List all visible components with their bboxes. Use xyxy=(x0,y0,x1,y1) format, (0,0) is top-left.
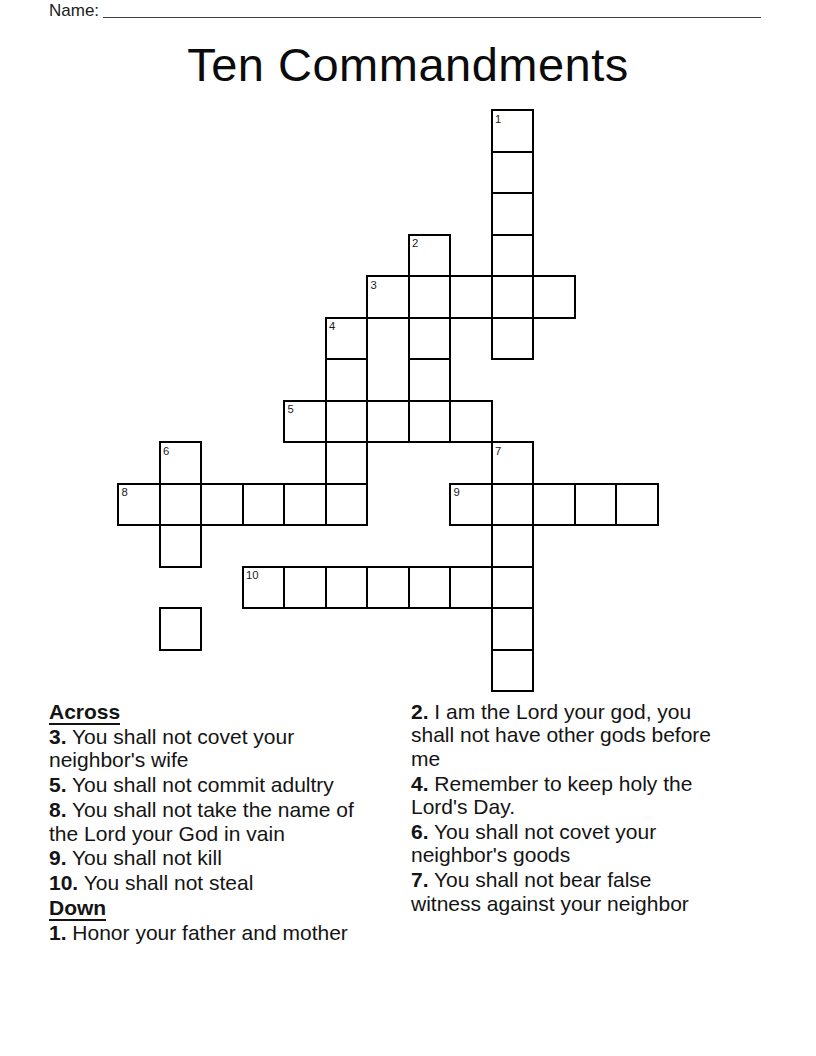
grid-cell[interactable]: 4 xyxy=(325,317,369,361)
cell-number: 4 xyxy=(329,320,335,332)
down-clue-6: 6. You shall not covet your neighbor's g… xyxy=(411,820,723,867)
cell-number: 2 xyxy=(412,237,418,249)
grid-cell[interactable]: 5 xyxy=(283,400,327,444)
cell-number: 1 xyxy=(495,113,501,125)
grid-cell[interactable] xyxy=(159,607,203,651)
clue-number: 4. xyxy=(411,772,429,795)
grid-cell[interactable] xyxy=(532,483,576,527)
grid-cell[interactable] xyxy=(283,566,327,610)
across-clue-3: 3. You shall not covet your neighbor's w… xyxy=(49,725,356,772)
grid-cell[interactable] xyxy=(159,524,203,568)
clue-text: You shall not kill xyxy=(67,846,222,869)
cell-number: 6 xyxy=(163,445,169,457)
grid-cell[interactable] xyxy=(574,483,618,527)
clue-text: Remember to keep holy the Lord's Day. xyxy=(411,772,692,818)
down-clue-2: 2. I am the Lord your god, you shall not… xyxy=(411,700,723,770)
across-heading: Across xyxy=(49,700,356,723)
clue-column-right: 2. I am the Lord your god, you shall not… xyxy=(411,700,723,917)
across-clue-10: 10. You shall not steal xyxy=(49,871,356,894)
name-label: Name: xyxy=(49,1,99,21)
grid-cell[interactable] xyxy=(325,566,369,610)
grid-cell[interactable] xyxy=(449,275,493,319)
grid-cell[interactable] xyxy=(159,483,203,527)
grid-cell[interactable] xyxy=(491,234,535,278)
down-heading-label: Down xyxy=(49,896,106,921)
clue-text: You shall not covet your neighbor's good… xyxy=(411,820,656,866)
name-input-line[interactable] xyxy=(103,0,761,18)
clue-number: 3. xyxy=(49,725,67,748)
cell-number: 7 xyxy=(495,445,501,457)
grid-cell[interactable] xyxy=(491,192,535,236)
across-heading-label: Across xyxy=(49,700,120,725)
grid-cell[interactable]: 2 xyxy=(408,234,452,278)
grid-cell[interactable] xyxy=(366,566,410,610)
grid-cell[interactable] xyxy=(408,317,452,361)
clue-number: 8. xyxy=(49,798,67,821)
down-clue-1: 1. Honor your father and mother xyxy=(49,921,356,944)
grid-cell[interactable] xyxy=(408,566,452,610)
grid-cell[interactable]: 10 xyxy=(242,566,286,610)
grid-cell[interactable]: 8 xyxy=(117,483,161,527)
across-clue-5: 5. You shall not commit adultry xyxy=(49,773,356,796)
down-clue-7: 7. You shall not bear false witness agai… xyxy=(411,868,723,915)
page-title: Ten Commandments xyxy=(0,40,816,90)
grid-cell[interactable] xyxy=(408,400,452,444)
grid-cell[interactable] xyxy=(491,483,535,527)
grid-cell[interactable]: 3 xyxy=(366,275,410,319)
grid-cell[interactable] xyxy=(491,151,535,195)
clue-text: You shall not steal xyxy=(78,871,253,894)
down-clue-4: 4. Remember to keep holy the Lord's Day. xyxy=(411,772,723,819)
clue-text: You shall not commit adultry xyxy=(67,773,334,796)
clue-text: I am the Lord your god, you shall not ha… xyxy=(411,700,711,770)
clue-column-left: Across3. You shall not covet your neighb… xyxy=(49,700,356,946)
grid-cell[interactable] xyxy=(408,275,452,319)
grid-cell[interactable]: 7 xyxy=(491,441,535,485)
down-heading: Down xyxy=(49,896,356,919)
clue-text: You shall not take the name of the Lord … xyxy=(49,798,354,844)
worksheet-page: Name: Ten Commandments 12345678910 Acros… xyxy=(0,0,816,1056)
grid-cell[interactable] xyxy=(491,566,535,610)
cell-number: 10 xyxy=(246,569,259,581)
grid-cell[interactable] xyxy=(366,400,410,444)
grid-cell[interactable]: 9 xyxy=(449,483,493,527)
grid-cell[interactable] xyxy=(491,317,535,361)
clue-number: 7. xyxy=(411,868,429,891)
grid-cell[interactable] xyxy=(449,566,493,610)
clue-text: Honor your father and mother xyxy=(67,921,348,944)
across-clue-9: 9. You shall not kill xyxy=(49,846,356,869)
grid-cell[interactable] xyxy=(491,524,535,568)
grid-cell[interactable] xyxy=(408,358,452,402)
grid-cell[interactable] xyxy=(283,483,327,527)
clue-number: 10. xyxy=(49,871,78,894)
grid-cell[interactable] xyxy=(615,483,659,527)
grid-cell[interactable] xyxy=(491,649,535,693)
cell-number: 3 xyxy=(371,279,377,291)
cell-number: 9 xyxy=(454,486,460,498)
grid-cell[interactable] xyxy=(325,358,369,402)
grid-cell[interactable] xyxy=(532,275,576,319)
grid-cell[interactable] xyxy=(449,400,493,444)
across-clue-8: 8. You shall not take the name of the Lo… xyxy=(49,798,356,845)
grid-cell[interactable] xyxy=(491,275,535,319)
clue-text: You shall not covet your neighbor's wife xyxy=(49,725,294,771)
grid-cell[interactable] xyxy=(325,483,369,527)
grid-cell[interactable] xyxy=(325,441,369,485)
cell-number: 5 xyxy=(288,403,294,415)
clue-text: You shall not bear false witness against… xyxy=(411,868,689,914)
clue-number: 6. xyxy=(411,820,429,843)
clue-number: 9. xyxy=(49,846,67,869)
clue-number: 5. xyxy=(49,773,67,796)
grid-cell[interactable]: 1 xyxy=(491,109,535,153)
grid-cell[interactable] xyxy=(200,483,244,527)
cell-number: 8 xyxy=(122,486,128,498)
clue-number: 2. xyxy=(411,700,429,723)
clue-number: 1. xyxy=(49,921,67,944)
grid-cell[interactable] xyxy=(491,607,535,651)
grid-cell[interactable] xyxy=(325,400,369,444)
grid-cell[interactable] xyxy=(242,483,286,527)
grid-cell[interactable]: 6 xyxy=(159,441,203,485)
